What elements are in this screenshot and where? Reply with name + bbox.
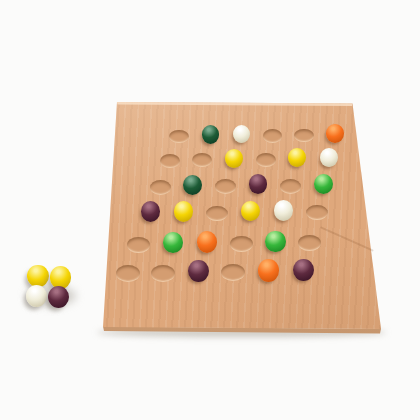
tray-marble-3-white[interactable]	[26, 285, 48, 308]
off-board-marbles	[0, 0, 420, 420]
tray-marble-1-yellow[interactable]	[27, 265, 49, 288]
scene	[0, 0, 420, 420]
tray-marble-4-purple[interactable]	[48, 286, 70, 309]
